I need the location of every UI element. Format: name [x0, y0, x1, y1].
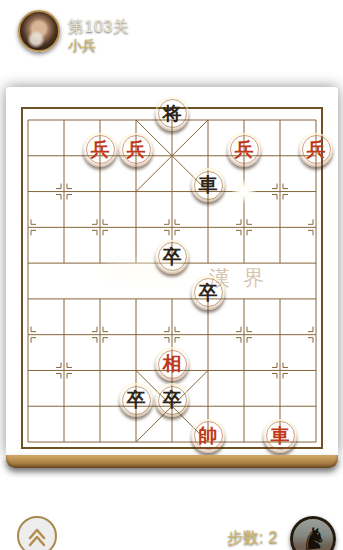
step-counter-label: 步数: — [227, 529, 263, 546]
step-counter: 步数:2 — [227, 528, 277, 549]
piece-red-soldier[interactable]: 兵 — [83, 133, 117, 167]
board-intersections[interactable]: 将兵兵兵兵車卒卒相卒卒帥車 — [10, 102, 334, 460]
piece-black-soldier[interactable]: 卒 — [155, 383, 189, 417]
piece-red-chariot[interactable]: 車 — [263, 419, 297, 453]
board-edge — [6, 455, 338, 468]
piece-black-soldier[interactable]: 卒 — [191, 276, 225, 310]
player-avatar[interactable] — [18, 10, 60, 52]
piece-black-chariot[interactable]: 車 — [191, 168, 225, 202]
app-screen: 第103关 小兵 漢界 将兵兵兵兵車卒卒相卒卒帥車 步数:2 ♞ — [0, 0, 343, 550]
step-counter-value: 2 — [268, 529, 277, 546]
piece-red-soldier[interactable]: 兵 — [299, 133, 333, 167]
opponent-avatar-button[interactable]: ♞ — [290, 516, 336, 550]
level-title: 第103关 — [68, 17, 129, 38]
player-rank-label: 小兵 — [68, 37, 96, 55]
collapse-toolbar-button[interactable] — [17, 516, 57, 550]
piece-black-soldier[interactable]: 卒 — [119, 383, 153, 417]
piece-red-soldier[interactable]: 兵 — [227, 133, 261, 167]
piece-red-soldier[interactable]: 兵 — [119, 133, 153, 167]
piece-red-elephant[interactable]: 相 — [155, 347, 189, 381]
sparkle-move-hint[interactable] — [231, 178, 257, 204]
piece-black-general[interactable]: 将 — [155, 97, 189, 131]
horse-icon: ♞ — [299, 523, 329, 550]
chevron-up-icon — [19, 518, 55, 550]
piece-black-soldier[interactable]: 卒 — [155, 240, 189, 274]
piece-red-general[interactable]: 帥 — [191, 419, 225, 453]
